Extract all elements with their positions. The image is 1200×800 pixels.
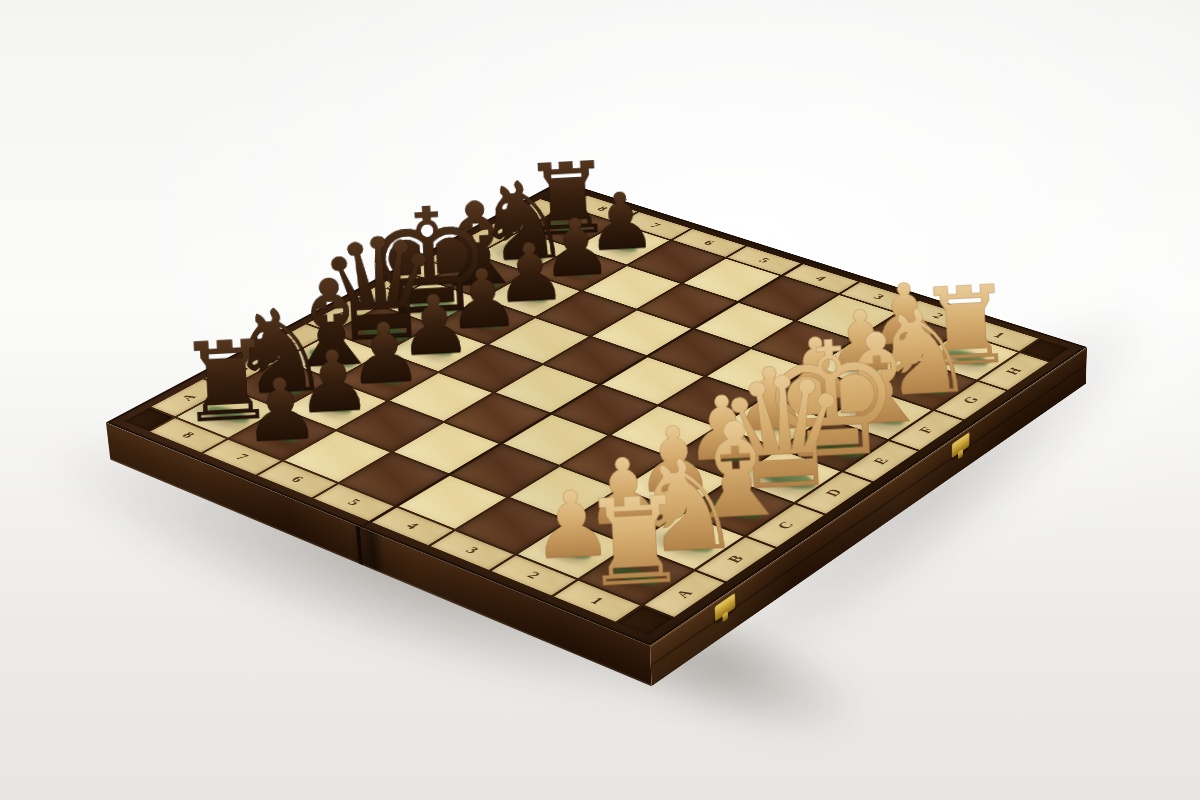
chessboard: ABCDEFGH8877665544332211ABCDEFGH (106, 181, 1087, 646)
scene-3d: ABCDEFGH8877665544332211ABCDEFGH (0, 0, 1200, 800)
photo-rotation-wrapper: ABCDEFGH8877665544332211ABCDEFGH ♜♞♝♛♚♝♞… (0, 0, 1200, 800)
board-frame: ABCDEFGH8877665544332211ABCDEFGH (106, 181, 1087, 646)
fold-seam (355, 525, 362, 565)
chess-set-photo: ABCDEFGH8877665544332211ABCDEFGH ♜♞♝♛♚♝♞… (0, 0, 1200, 800)
